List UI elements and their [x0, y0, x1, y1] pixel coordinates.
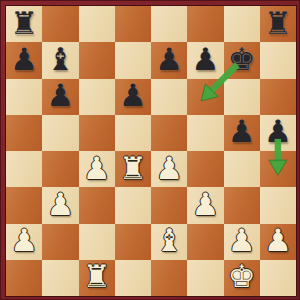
- square-h3[interactable]: [260, 187, 296, 223]
- white-pawn-h2[interactable]: ♟: [264, 225, 292, 256]
- white-pawn-g2[interactable]: ♟: [228, 225, 256, 256]
- black-pawn-d6[interactable]: ♟: [119, 80, 147, 111]
- black-pawn-e7[interactable]: ♟: [155, 44, 183, 75]
- white-pawn-c4[interactable]: ♟: [83, 153, 111, 184]
- square-g8[interactable]: [224, 6, 260, 42]
- square-b6[interactable]: ♟: [42, 79, 78, 115]
- square-a8[interactable]: ♜: [6, 6, 42, 42]
- square-d4[interactable]: ♜: [115, 151, 151, 187]
- square-b8[interactable]: [42, 6, 78, 42]
- black-pawn-h5[interactable]: ♟: [264, 116, 292, 147]
- square-c7[interactable]: [79, 42, 115, 78]
- square-b1[interactable]: [42, 260, 78, 296]
- square-a1[interactable]: [6, 260, 42, 296]
- square-d6[interactable]: ♟: [115, 79, 151, 115]
- white-pawn-a2[interactable]: ♟: [10, 225, 38, 256]
- square-c4[interactable]: ♟: [79, 151, 115, 187]
- square-h2[interactable]: ♟: [260, 224, 296, 260]
- square-f3[interactable]: ♟: [187, 187, 223, 223]
- square-e8[interactable]: [151, 6, 187, 42]
- square-g5[interactable]: ♟: [224, 115, 260, 151]
- square-e6[interactable]: [151, 79, 187, 115]
- square-h6[interactable]: [260, 79, 296, 115]
- square-h5[interactable]: ♟: [260, 115, 296, 151]
- square-f2[interactable]: [187, 224, 223, 260]
- black-king-g7[interactable]: ♚: [228, 44, 256, 75]
- square-c8[interactable]: [79, 6, 115, 42]
- black-pawn-f7[interactable]: ♟: [191, 44, 219, 75]
- square-e1[interactable]: [151, 260, 187, 296]
- square-c5[interactable]: [79, 115, 115, 151]
- square-g1[interactable]: ♚: [224, 260, 260, 296]
- square-g7[interactable]: ♚: [224, 42, 260, 78]
- black-rook-h8[interactable]: ♜: [264, 8, 292, 39]
- square-e4[interactable]: ♟: [151, 151, 187, 187]
- square-f1[interactable]: [187, 260, 223, 296]
- square-a3[interactable]: [6, 187, 42, 223]
- square-h7[interactable]: [260, 42, 296, 78]
- square-e5[interactable]: [151, 115, 187, 151]
- black-pawn-b6[interactable]: ♟: [46, 80, 74, 111]
- square-b3[interactable]: ♟: [42, 187, 78, 223]
- square-a7[interactable]: ♟: [6, 42, 42, 78]
- square-h4[interactable]: [260, 151, 296, 187]
- square-g6[interactable]: [224, 79, 260, 115]
- square-c1[interactable]: ♜: [79, 260, 115, 296]
- square-d5[interactable]: [115, 115, 151, 151]
- square-a2[interactable]: ♟: [6, 224, 42, 260]
- white-bishop-e2[interactable]: ♝: [155, 225, 183, 256]
- square-f7[interactable]: ♟: [187, 42, 223, 78]
- square-b4[interactable]: [42, 151, 78, 187]
- square-h8[interactable]: ♜: [260, 6, 296, 42]
- square-f4[interactable]: [187, 151, 223, 187]
- square-d3[interactable]: [115, 187, 151, 223]
- square-a4[interactable]: [6, 151, 42, 187]
- white-pawn-f3[interactable]: ♟: [191, 189, 219, 220]
- square-g3[interactable]: [224, 187, 260, 223]
- chess-board-frame: ♜♜♟♝♟♟♚♟♟♟♟♟♜♟♟♟♟♝♟♟♜♚: [0, 0, 300, 300]
- square-d8[interactable]: [115, 6, 151, 42]
- square-g2[interactable]: ♟: [224, 224, 260, 260]
- square-b5[interactable]: [42, 115, 78, 151]
- square-f8[interactable]: [187, 6, 223, 42]
- white-pawn-b3[interactable]: ♟: [46, 189, 74, 220]
- black-pawn-a7[interactable]: ♟: [10, 44, 38, 75]
- black-rook-a8[interactable]: ♜: [10, 8, 38, 39]
- square-e2[interactable]: ♝: [151, 224, 187, 260]
- square-g4[interactable]: [224, 151, 260, 187]
- black-bishop-b7[interactable]: ♝: [46, 44, 74, 75]
- white-king-g1[interactable]: ♚: [228, 261, 256, 292]
- square-f6[interactable]: [187, 79, 223, 115]
- chess-board: ♜♜♟♝♟♟♚♟♟♟♟♟♜♟♟♟♟♝♟♟♜♚: [6, 6, 296, 296]
- square-b7[interactable]: ♝: [42, 42, 78, 78]
- square-a6[interactable]: [6, 79, 42, 115]
- black-pawn-g5[interactable]: ♟: [228, 116, 256, 147]
- square-h1[interactable]: [260, 260, 296, 296]
- square-d1[interactable]: [115, 260, 151, 296]
- square-e7[interactable]: ♟: [151, 42, 187, 78]
- white-rook-c1[interactable]: ♜: [83, 261, 111, 292]
- square-c2[interactable]: [79, 224, 115, 260]
- square-c6[interactable]: [79, 79, 115, 115]
- square-c3[interactable]: [79, 187, 115, 223]
- white-pawn-e4[interactable]: ♟: [155, 153, 183, 184]
- square-b2[interactable]: [42, 224, 78, 260]
- square-f5[interactable]: [187, 115, 223, 151]
- square-d7[interactable]: [115, 42, 151, 78]
- white-rook-d4[interactable]: ♜: [119, 153, 147, 184]
- square-a5[interactable]: [6, 115, 42, 151]
- square-e3[interactable]: [151, 187, 187, 223]
- square-d2[interactable]: [115, 224, 151, 260]
